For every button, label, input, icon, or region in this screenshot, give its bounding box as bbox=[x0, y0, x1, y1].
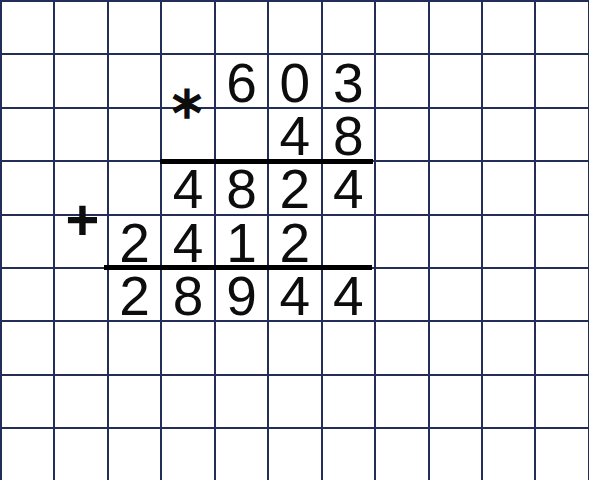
grid-cell bbox=[2, 376, 55, 429]
digit: 4 bbox=[333, 269, 364, 324]
digit-cell: 4 bbox=[323, 269, 376, 322]
grid-cell bbox=[2, 109, 55, 162]
digit-cell: 6 bbox=[216, 55, 269, 108]
worksheet: 603484824241228944 ∗ + bbox=[0, 0, 589, 480]
digit-cell: 4 bbox=[162, 162, 215, 215]
digit-cell: 4 bbox=[323, 162, 376, 215]
grid-cell bbox=[376, 269, 429, 322]
grid-cell bbox=[109, 376, 162, 429]
grid-cell bbox=[536, 376, 589, 429]
digit: 3 bbox=[333, 56, 364, 111]
digit: 8 bbox=[173, 269, 204, 324]
grid-cell bbox=[376, 376, 429, 429]
digit: 1 bbox=[226, 216, 257, 271]
grid-cell bbox=[2, 429, 55, 480]
grid-cell bbox=[483, 429, 536, 480]
digit-cell: 2 bbox=[269, 216, 322, 269]
digit: 2 bbox=[280, 216, 311, 271]
grid-cell bbox=[162, 429, 215, 480]
digit-cell: 8 bbox=[162, 269, 215, 322]
grid-cell bbox=[483, 216, 536, 269]
digit: 8 bbox=[226, 162, 257, 217]
digit-cell: 4 bbox=[269, 269, 322, 322]
digit-cell: 4 bbox=[269, 109, 322, 162]
grid-cell bbox=[162, 376, 215, 429]
grid-cell bbox=[109, 162, 162, 215]
grid-cell bbox=[483, 55, 536, 108]
grid-cell bbox=[376, 2, 429, 55]
grid-cell bbox=[430, 55, 483, 108]
grid-cell bbox=[269, 322, 322, 375]
grid-cell bbox=[430, 2, 483, 55]
grid-cell bbox=[430, 109, 483, 162]
grid-cell bbox=[269, 2, 322, 55]
grid-cell bbox=[109, 429, 162, 480]
digit: 4 bbox=[173, 162, 204, 217]
grid-cell bbox=[483, 269, 536, 322]
grid-cell bbox=[2, 55, 55, 108]
grid-cell bbox=[536, 109, 589, 162]
grid-cell bbox=[2, 322, 55, 375]
grid-cell bbox=[216, 429, 269, 480]
digit-cell: 9 bbox=[216, 269, 269, 322]
grid-cell bbox=[483, 2, 536, 55]
digit: 4 bbox=[173, 216, 204, 271]
grid-cell bbox=[55, 322, 108, 375]
grid-cell bbox=[376, 216, 429, 269]
grid-cell bbox=[55, 109, 108, 162]
grid-cell bbox=[55, 269, 108, 322]
digit-cell: 2 bbox=[109, 216, 162, 269]
grid-cell bbox=[536, 429, 589, 480]
grid-cell bbox=[483, 109, 536, 162]
grid-cell bbox=[109, 109, 162, 162]
grid-cell bbox=[483, 162, 536, 215]
grid-cell bbox=[536, 269, 589, 322]
digit-cell: 4 bbox=[162, 216, 215, 269]
grid-cell bbox=[536, 162, 589, 215]
grid-cell bbox=[483, 322, 536, 375]
grid-cell bbox=[55, 376, 108, 429]
grid-cell bbox=[376, 109, 429, 162]
rule-line-under-multiplier bbox=[160, 159, 373, 164]
grid-cell bbox=[2, 162, 55, 215]
grid-cell bbox=[430, 216, 483, 269]
grid-cell bbox=[216, 322, 269, 375]
grid-cell bbox=[269, 429, 322, 480]
grid-cell bbox=[323, 322, 376, 375]
grid-cell bbox=[2, 269, 55, 322]
grid-cell bbox=[376, 429, 429, 480]
grid-cell bbox=[55, 429, 108, 480]
digit: 4 bbox=[280, 109, 311, 164]
grid-cell bbox=[162, 2, 215, 55]
grid-cell bbox=[483, 376, 536, 429]
grid-cell bbox=[323, 429, 376, 480]
grid-cell bbox=[55, 55, 108, 108]
grid-cell bbox=[216, 2, 269, 55]
grid-cell bbox=[216, 109, 269, 162]
grid-cell bbox=[216, 376, 269, 429]
digit: 8 bbox=[333, 109, 364, 164]
digit: 2 bbox=[280, 162, 311, 217]
grid-cell bbox=[162, 322, 215, 375]
grid-cell bbox=[323, 216, 376, 269]
grid-cell bbox=[323, 376, 376, 429]
grid-cell bbox=[376, 322, 429, 375]
grid-cell bbox=[536, 2, 589, 55]
grid-cell bbox=[109, 55, 162, 108]
grid-cell bbox=[269, 376, 322, 429]
digit-cell: 8 bbox=[216, 162, 269, 215]
digit-cell: 3 bbox=[323, 55, 376, 108]
grid-cell bbox=[536, 55, 589, 108]
plus-sign: + bbox=[55, 192, 110, 248]
digit: 4 bbox=[280, 269, 311, 324]
grid-cell bbox=[109, 322, 162, 375]
grid-cell bbox=[430, 429, 483, 480]
grid-cell bbox=[109, 2, 162, 55]
digit: 2 bbox=[119, 216, 150, 271]
rule-line-under-partial-products bbox=[104, 265, 372, 270]
grid-cell bbox=[430, 269, 483, 322]
digit-cell: 2 bbox=[269, 162, 322, 215]
multiply-sign: ∗ bbox=[160, 75, 214, 129]
grid-cell bbox=[376, 162, 429, 215]
grid-cell bbox=[2, 2, 55, 55]
digit: 9 bbox=[226, 269, 257, 324]
digit-cell: 8 bbox=[323, 109, 376, 162]
digit: 0 bbox=[280, 56, 311, 111]
grid-cell bbox=[430, 322, 483, 375]
grid-cell bbox=[55, 2, 108, 55]
grid-cell bbox=[323, 2, 376, 55]
digit: 4 bbox=[333, 162, 364, 217]
grid-cell bbox=[2, 216, 55, 269]
digit-cell: 2 bbox=[109, 269, 162, 322]
digit-cell: 1 bbox=[216, 216, 269, 269]
grid-cell bbox=[430, 162, 483, 215]
grid-cell bbox=[376, 55, 429, 108]
digit: 2 bbox=[119, 269, 150, 324]
grid-cell bbox=[536, 322, 589, 375]
grid-cell bbox=[430, 376, 483, 429]
digit-cell: 0 bbox=[269, 55, 322, 108]
digit: 6 bbox=[226, 56, 257, 111]
grid-cell bbox=[536, 216, 589, 269]
